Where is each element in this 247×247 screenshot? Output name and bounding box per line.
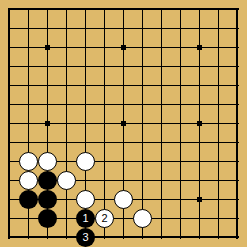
intersection-r10c4 bbox=[76, 190, 95, 209]
grid-line-horizontal bbox=[152, 104, 171, 105]
grid-line-horizontal bbox=[228, 199, 239, 200]
grid-line-horizontal bbox=[209, 199, 228, 200]
intersection-r6c11 bbox=[209, 114, 228, 133]
intersection-r10c6 bbox=[114, 190, 133, 209]
intersection-r0c2 bbox=[38, 0, 57, 19]
intersection-r11c10 bbox=[190, 209, 209, 228]
intersection-r2c2 bbox=[38, 38, 57, 57]
intersection-r12c1 bbox=[19, 228, 38, 247]
grid-line-horizontal bbox=[57, 47, 76, 48]
grid-line-horizontal bbox=[8, 180, 19, 181]
grid-line-horizontal bbox=[171, 47, 190, 48]
intersection-r7c1 bbox=[19, 133, 38, 152]
intersection-r12c4: 3 bbox=[76, 228, 95, 247]
grid-line-horizontal bbox=[95, 28, 114, 29]
intersection-r8c5 bbox=[95, 152, 114, 171]
intersection-r12c0 bbox=[0, 228, 19, 247]
white-stone bbox=[38, 152, 57, 171]
intersection-r7c0 bbox=[0, 133, 19, 152]
grid-line-horizontal bbox=[228, 28, 239, 29]
grid-line-horizontal bbox=[171, 85, 190, 86]
intersection-r2c3 bbox=[57, 38, 76, 57]
intersection-r4c2 bbox=[38, 76, 57, 95]
grid-line-horizontal bbox=[209, 28, 228, 29]
grid-line-horizontal bbox=[76, 180, 95, 181]
intersection-r3c9 bbox=[171, 57, 190, 76]
intersection-r5c7 bbox=[133, 95, 152, 114]
grid-line-horizontal bbox=[57, 142, 76, 143]
grid-line-horizontal bbox=[19, 28, 38, 29]
grid-line-horizontal bbox=[114, 142, 133, 143]
grid-line-horizontal bbox=[19, 123, 38, 124]
grid-line-horizontal bbox=[8, 218, 19, 219]
intersection-r4c12 bbox=[228, 76, 247, 95]
grid-line-horizontal bbox=[171, 142, 190, 143]
intersection-r1c0 bbox=[0, 19, 19, 38]
grid-line-horizontal bbox=[133, 28, 152, 29]
intersection-r9c0 bbox=[0, 171, 19, 190]
grid-line-horizontal bbox=[228, 218, 239, 219]
move-number: 1 bbox=[82, 213, 88, 224]
intersection-r7c2 bbox=[38, 133, 57, 152]
black-stone bbox=[38, 190, 57, 209]
grid-line-horizontal bbox=[190, 28, 209, 29]
black-stone: 1 bbox=[76, 209, 95, 228]
grid-line-horizontal bbox=[57, 199, 76, 200]
white-stone bbox=[114, 190, 133, 209]
grid-line-horizontal bbox=[228, 180, 239, 181]
grid-line-horizontal bbox=[76, 104, 95, 105]
grid-line-horizontal bbox=[114, 218, 133, 219]
intersection-r5c8 bbox=[152, 95, 171, 114]
grid-line-horizontal bbox=[190, 161, 209, 162]
grid-line-horizontal bbox=[190, 180, 209, 181]
grid-line-horizontal bbox=[228, 236, 239, 238]
intersection-r2c5 bbox=[95, 38, 114, 57]
grid-line-horizontal bbox=[76, 142, 95, 143]
grid-line-horizontal bbox=[228, 104, 239, 105]
intersection-r12c2 bbox=[38, 228, 57, 247]
intersection-r4c9 bbox=[171, 76, 190, 95]
intersection-r12c3 bbox=[57, 228, 76, 247]
intersection-r8c4 bbox=[76, 152, 95, 171]
intersection-r0c4 bbox=[76, 0, 95, 19]
grid-line-horizontal bbox=[95, 66, 114, 67]
intersection-r0c3 bbox=[57, 0, 76, 19]
grid-line-horizontal bbox=[190, 8, 209, 10]
intersection-r1c10 bbox=[190, 19, 209, 38]
grid-line-horizontal bbox=[8, 142, 19, 143]
intersection-r10c1 bbox=[19, 190, 38, 209]
intersection-r11c11 bbox=[209, 209, 228, 228]
intersection-r11c2 bbox=[38, 209, 57, 228]
intersection-r8c0 bbox=[0, 152, 19, 171]
grid-line-horizontal bbox=[19, 85, 38, 86]
grid-line-horizontal bbox=[95, 8, 114, 10]
intersection-r1c11 bbox=[209, 19, 228, 38]
grid-line-horizontal bbox=[38, 104, 57, 105]
grid-line-horizontal bbox=[171, 123, 190, 124]
intersection-r3c1 bbox=[19, 57, 38, 76]
grid-line-horizontal bbox=[114, 8, 133, 10]
intersection-r7c8 bbox=[152, 133, 171, 152]
grid-line-horizontal bbox=[152, 180, 171, 181]
grid-line-horizontal bbox=[8, 47, 19, 48]
grid-line-horizontal bbox=[209, 161, 228, 162]
intersection-r11c6 bbox=[114, 209, 133, 228]
grid-line-horizontal bbox=[133, 199, 152, 200]
grid-line-horizontal bbox=[171, 66, 190, 67]
intersection-r12c7 bbox=[133, 228, 152, 247]
white-stone bbox=[133, 209, 152, 228]
grid-line-horizontal bbox=[8, 161, 19, 162]
grid-line-horizontal bbox=[171, 218, 190, 219]
intersection-r10c11 bbox=[209, 190, 228, 209]
intersection-r4c11 bbox=[209, 76, 228, 95]
intersection-r7c5 bbox=[95, 133, 114, 152]
hoshi-dot bbox=[197, 197, 202, 202]
intersection-r9c6 bbox=[114, 171, 133, 190]
black-stone: 3 bbox=[76, 228, 95, 247]
grid-line-horizontal bbox=[95, 104, 114, 105]
grid-line-horizontal bbox=[57, 28, 76, 29]
intersection-r0c0 bbox=[0, 0, 19, 19]
intersection-r6c6 bbox=[114, 114, 133, 133]
intersection-r6c8 bbox=[152, 114, 171, 133]
grid-line-horizontal bbox=[171, 236, 190, 238]
intersection-r3c7 bbox=[133, 57, 152, 76]
white-stone bbox=[76, 152, 95, 171]
intersection-r12c11 bbox=[209, 228, 228, 247]
intersection-r4c8 bbox=[152, 76, 171, 95]
grid-line-horizontal bbox=[209, 123, 228, 124]
intersection-r11c0 bbox=[0, 209, 19, 228]
intersection-r8c10 bbox=[190, 152, 209, 171]
intersection-r4c6 bbox=[114, 76, 133, 95]
grid-line-horizontal bbox=[19, 66, 38, 67]
intersection-r1c5 bbox=[95, 19, 114, 38]
grid-line-horizontal bbox=[95, 142, 114, 143]
intersection-r6c1 bbox=[19, 114, 38, 133]
white-stone bbox=[19, 152, 38, 171]
grid-line-horizontal bbox=[57, 8, 76, 10]
intersection-r2c1 bbox=[19, 38, 38, 57]
grid-line-horizontal bbox=[228, 47, 239, 48]
intersection-r9c10 bbox=[190, 171, 209, 190]
grid-line-horizontal bbox=[209, 142, 228, 143]
grid-line-horizontal bbox=[190, 236, 209, 238]
intersection-r9c9 bbox=[171, 171, 190, 190]
grid-line-horizontal bbox=[171, 28, 190, 29]
grid-line-horizontal bbox=[152, 8, 171, 10]
grid-line-horizontal bbox=[190, 218, 209, 219]
intersection-r9c1 bbox=[19, 171, 38, 190]
intersection-r8c7 bbox=[133, 152, 152, 171]
intersection-r10c8 bbox=[152, 190, 171, 209]
intersection-r12c5 bbox=[95, 228, 114, 247]
intersection-r7c7 bbox=[133, 133, 152, 152]
intersection-r0c1 bbox=[19, 0, 38, 19]
grid-line-horizontal bbox=[228, 8, 239, 10]
intersection-r6c7 bbox=[133, 114, 152, 133]
grid-line-horizontal bbox=[209, 85, 228, 86]
grid-line-horizontal bbox=[57, 104, 76, 105]
intersection-r4c1 bbox=[19, 76, 38, 95]
intersection-r9c2 bbox=[38, 171, 57, 190]
grid-line-horizontal bbox=[171, 161, 190, 162]
intersection-r5c6 bbox=[114, 95, 133, 114]
grid-line-horizontal bbox=[190, 85, 209, 86]
grid-line-horizontal bbox=[95, 47, 114, 48]
intersection-r2c11 bbox=[209, 38, 228, 57]
grid-line-horizontal bbox=[171, 199, 190, 200]
grid-line-horizontal bbox=[190, 142, 209, 143]
intersection-r5c1 bbox=[19, 95, 38, 114]
hoshi-dot bbox=[197, 121, 202, 126]
intersection-r7c3 bbox=[57, 133, 76, 152]
grid-line-horizontal bbox=[76, 28, 95, 29]
intersection-r10c10 bbox=[190, 190, 209, 209]
intersection-r1c3 bbox=[57, 19, 76, 38]
grid-line-horizontal bbox=[76, 47, 95, 48]
intersection-r9c5 bbox=[95, 171, 114, 190]
grid-line-horizontal bbox=[8, 199, 19, 200]
grid-line-horizontal bbox=[114, 236, 133, 238]
intersection-r3c2 bbox=[38, 57, 57, 76]
intersection-r10c7 bbox=[133, 190, 152, 209]
intersection-r4c3 bbox=[57, 76, 76, 95]
grid-line-horizontal bbox=[95, 199, 114, 200]
intersection-r3c3 bbox=[57, 57, 76, 76]
intersection-r2c9 bbox=[171, 38, 190, 57]
intersection-r11c9 bbox=[171, 209, 190, 228]
intersection-r9c4 bbox=[76, 171, 95, 190]
intersection-r2c7 bbox=[133, 38, 152, 57]
intersection-r6c5 bbox=[95, 114, 114, 133]
grid-line-horizontal bbox=[152, 47, 171, 48]
intersection-r0c12 bbox=[228, 0, 247, 19]
intersection-r4c5 bbox=[95, 76, 114, 95]
grid-line-horizontal bbox=[228, 123, 239, 124]
intersection-r10c2 bbox=[38, 190, 57, 209]
grid-line-horizontal bbox=[19, 218, 38, 219]
grid-line-horizontal bbox=[209, 8, 228, 10]
grid-line-horizontal bbox=[38, 28, 57, 29]
intersection-r1c8 bbox=[152, 19, 171, 38]
grid-line-horizontal bbox=[19, 104, 38, 105]
intersection-r1c12 bbox=[228, 19, 247, 38]
intersection-r4c10 bbox=[190, 76, 209, 95]
grid-line-horizontal bbox=[152, 236, 171, 238]
intersection-r12c10 bbox=[190, 228, 209, 247]
grid-line-horizontal bbox=[76, 66, 95, 67]
intersection-r9c8 bbox=[152, 171, 171, 190]
intersection-r6c9 bbox=[171, 114, 190, 133]
grid-line-horizontal bbox=[152, 85, 171, 86]
grid-line-horizontal bbox=[57, 66, 76, 67]
grid-line-horizontal bbox=[38, 66, 57, 67]
grid-line-horizontal bbox=[38, 85, 57, 86]
white-stone bbox=[19, 171, 38, 190]
intersection-r3c12 bbox=[228, 57, 247, 76]
grid-line-horizontal bbox=[95, 180, 114, 181]
grid-line-horizontal bbox=[38, 8, 57, 10]
grid-line-horizontal bbox=[95, 161, 114, 162]
intersection-r0c9 bbox=[171, 0, 190, 19]
grid-line-horizontal bbox=[152, 199, 171, 200]
intersection-r5c4 bbox=[76, 95, 95, 114]
grid-line-horizontal bbox=[19, 47, 38, 48]
grid-line-horizontal bbox=[152, 28, 171, 29]
grid-line-horizontal bbox=[95, 85, 114, 86]
intersection-r10c3 bbox=[57, 190, 76, 209]
grid-line-horizontal bbox=[228, 66, 239, 67]
grid-line-horizontal bbox=[19, 142, 38, 143]
grid-line-horizontal bbox=[8, 28, 19, 29]
black-stone bbox=[19, 190, 38, 209]
intersection-r3c5 bbox=[95, 57, 114, 76]
intersection-r5c10 bbox=[190, 95, 209, 114]
grid-line-horizontal bbox=[95, 123, 114, 124]
move-number: 2 bbox=[101, 213, 107, 224]
grid-line-horizontal bbox=[209, 104, 228, 105]
intersection-r5c9 bbox=[171, 95, 190, 114]
grid-line-horizontal bbox=[76, 8, 95, 10]
intersection-r9c11 bbox=[209, 171, 228, 190]
intersection-r6c3 bbox=[57, 114, 76, 133]
intersection-r3c10 bbox=[190, 57, 209, 76]
grid-line-horizontal bbox=[152, 142, 171, 143]
intersection-r2c6 bbox=[114, 38, 133, 57]
intersection-r11c3 bbox=[57, 209, 76, 228]
grid-line-horizontal bbox=[76, 85, 95, 86]
intersection-r8c8 bbox=[152, 152, 171, 171]
intersection-r4c0 bbox=[0, 76, 19, 95]
intersection-r8c1 bbox=[19, 152, 38, 171]
intersection-r8c9 bbox=[171, 152, 190, 171]
intersection-r0c6 bbox=[114, 0, 133, 19]
grid-line-horizontal bbox=[133, 47, 152, 48]
intersection-r7c4 bbox=[76, 133, 95, 152]
grid-line-horizontal bbox=[8, 236, 19, 238]
grid-line-horizontal bbox=[209, 47, 228, 48]
intersection-r11c8 bbox=[152, 209, 171, 228]
intersection-r4c4 bbox=[76, 76, 95, 95]
intersection-r12c9 bbox=[171, 228, 190, 247]
hoshi-dot bbox=[121, 45, 126, 50]
intersection-r12c12 bbox=[228, 228, 247, 247]
grid-line-horizontal bbox=[190, 104, 209, 105]
grid-line-horizontal bbox=[8, 104, 19, 105]
intersection-r8c11 bbox=[209, 152, 228, 171]
grid-line-horizontal bbox=[38, 142, 57, 143]
grid-line-horizontal bbox=[76, 123, 95, 124]
intersection-r9c12 bbox=[228, 171, 247, 190]
move-number: 3 bbox=[82, 232, 88, 243]
grid-line-horizontal bbox=[8, 8, 19, 10]
grid-line-horizontal bbox=[57, 161, 76, 162]
black-stone bbox=[38, 171, 57, 190]
intersection-r6c0 bbox=[0, 114, 19, 133]
intersection-r2c0 bbox=[0, 38, 19, 57]
intersection-r6c2 bbox=[38, 114, 57, 133]
hoshi-dot bbox=[197, 45, 202, 50]
intersection-r11c12 bbox=[228, 209, 247, 228]
intersection-r0c11 bbox=[209, 0, 228, 19]
grid-line-horizontal bbox=[57, 123, 76, 124]
intersection-r11c4: 1 bbox=[76, 209, 95, 228]
grid-line-horizontal bbox=[19, 236, 38, 238]
grid-line-horizontal bbox=[133, 85, 152, 86]
grid-line-horizontal bbox=[133, 8, 152, 10]
grid-line-horizontal bbox=[8, 85, 19, 86]
hoshi-dot bbox=[45, 45, 50, 50]
white-stone bbox=[76, 190, 95, 209]
intersection-r0c10 bbox=[190, 0, 209, 19]
intersection-r10c5 bbox=[95, 190, 114, 209]
go-board-grid: 123 bbox=[0, 0, 247, 247]
intersection-r7c6 bbox=[114, 133, 133, 152]
intersection-r6c4 bbox=[76, 114, 95, 133]
grid-line-horizontal bbox=[171, 180, 190, 181]
intersection-r1c2 bbox=[38, 19, 57, 38]
grid-line-horizontal bbox=[133, 161, 152, 162]
intersection-r5c12 bbox=[228, 95, 247, 114]
intersection-r9c3 bbox=[57, 171, 76, 190]
intersection-r0c8 bbox=[152, 0, 171, 19]
intersection-r4c7 bbox=[133, 76, 152, 95]
intersection-r8c3 bbox=[57, 152, 76, 171]
intersection-r7c11 bbox=[209, 133, 228, 152]
intersection-r5c2 bbox=[38, 95, 57, 114]
grid-line-horizontal bbox=[171, 8, 190, 10]
intersection-r2c8 bbox=[152, 38, 171, 57]
grid-line-horizontal bbox=[228, 161, 239, 162]
intersection-r3c4 bbox=[76, 57, 95, 76]
grid-line-horizontal bbox=[152, 161, 171, 162]
hoshi-dot bbox=[121, 121, 126, 126]
intersection-r3c0 bbox=[0, 57, 19, 76]
intersection-r1c1 bbox=[19, 19, 38, 38]
grid-line-horizontal bbox=[152, 123, 171, 124]
grid-line-horizontal bbox=[152, 218, 171, 219]
grid-line-horizontal bbox=[152, 66, 171, 67]
intersection-r12c6 bbox=[114, 228, 133, 247]
intersection-r5c0 bbox=[0, 95, 19, 114]
white-stone bbox=[57, 171, 76, 190]
grid-line-horizontal bbox=[57, 85, 76, 86]
intersection-r2c12 bbox=[228, 38, 247, 57]
grid-line-horizontal bbox=[209, 236, 228, 238]
intersection-r1c6 bbox=[114, 19, 133, 38]
grid-line-horizontal bbox=[133, 142, 152, 143]
grid-line-horizontal bbox=[228, 85, 239, 86]
intersection-r1c4 bbox=[76, 19, 95, 38]
grid-line-horizontal bbox=[114, 28, 133, 29]
grid-line-horizontal bbox=[133, 180, 152, 181]
intersection-r9c7 bbox=[133, 171, 152, 190]
grid-line-horizontal bbox=[133, 123, 152, 124]
grid-line-horizontal bbox=[38, 236, 57, 238]
intersection-r7c9 bbox=[171, 133, 190, 152]
intersection-r8c6 bbox=[114, 152, 133, 171]
intersection-r7c12 bbox=[228, 133, 247, 152]
go-board: 123 bbox=[0, 0, 247, 247]
intersection-r5c11 bbox=[209, 95, 228, 114]
intersection-r0c7 bbox=[133, 0, 152, 19]
intersection-r5c5 bbox=[95, 95, 114, 114]
grid-line-horizontal bbox=[171, 104, 190, 105]
